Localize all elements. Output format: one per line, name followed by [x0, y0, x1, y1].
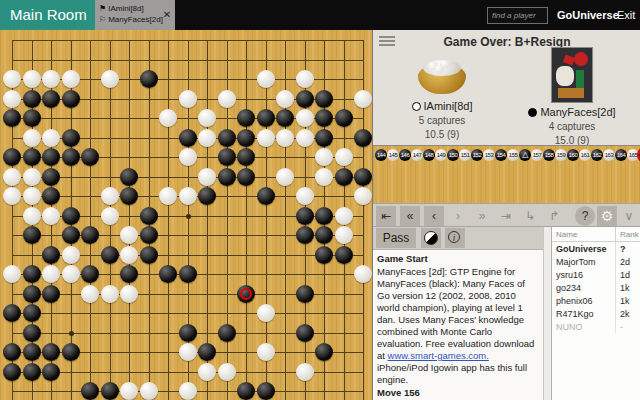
- white-stone: [101, 285, 119, 303]
- black-stone: [198, 343, 216, 361]
- grid-line: [12, 40, 364, 41]
- grid-line: [12, 60, 364, 61]
- player-rank: 1k: [615, 281, 640, 294]
- player-list-row[interactable]: go2341k: [552, 281, 640, 294]
- white-stone: [101, 187, 119, 205]
- black-stone: [62, 343, 80, 361]
- timeline-move-152[interactable]: 152: [471, 149, 483, 161]
- brand-link[interactable]: GoUniverse: [557, 0, 619, 30]
- timeline-move-147[interactable]: 147: [411, 149, 423, 161]
- player-list-row[interactable]: phenix061k: [552, 294, 640, 307]
- player-rank: 2k: [615, 307, 640, 320]
- black-stone: [198, 187, 216, 205]
- black-stone: [3, 343, 21, 361]
- black-stone: [101, 382, 119, 400]
- white-stone: [120, 285, 138, 303]
- action-row: Pass i: [373, 227, 550, 249]
- black-stone: [296, 226, 314, 244]
- white-stone: [257, 304, 275, 322]
- exit-button[interactable]: Exit: [617, 0, 635, 30]
- white-stone: [276, 129, 294, 147]
- nav-branch-up-button[interactable]: ↱: [544, 206, 564, 226]
- white-stone: [42, 129, 60, 147]
- white-stone: [42, 70, 60, 88]
- player-name: GoUniverse: [552, 242, 615, 255]
- white-stone: [198, 363, 216, 381]
- black-stone: [140, 207, 158, 225]
- black-stone: [140, 226, 158, 244]
- black-stone: [62, 207, 80, 225]
- black-stone: [296, 90, 314, 108]
- player-name: go234: [552, 281, 615, 294]
- move-timeline: 144145146147148149150151152153154155△157…: [373, 145, 640, 203]
- black-stone: [354, 168, 372, 186]
- white-stone: [23, 129, 41, 147]
- black-color-icon: [528, 108, 537, 117]
- black-stone: [140, 246, 158, 264]
- black-stone: [23, 363, 41, 381]
- black-stone: [257, 109, 275, 127]
- black-player-name: ManyFaces[2d]: [507, 106, 637, 118]
- white-stone: [23, 187, 41, 205]
- nav-back-10-button[interactable]: «: [400, 206, 420, 226]
- timeline-move-158[interactable]: 158: [543, 149, 555, 161]
- player-list-row[interactable]: R471Kgo2k: [552, 307, 640, 320]
- black-captures: 4 captures: [507, 121, 637, 132]
- star-point: [186, 214, 191, 219]
- white-stone: [120, 382, 138, 400]
- game-chat-log: Game StartManyFaces [2d]: GTP Engine for…: [373, 249, 543, 400]
- black-stone: [120, 187, 138, 205]
- game-info-header: Game Over: B+Resign IAmini[8d] 5 capture…: [373, 30, 640, 145]
- go-client-window: Main Room ⚑IAmini[8d] ⚐ManyFaces[2d] ✕ G…: [0, 0, 640, 400]
- nav-branch-down-button[interactable]: ↳: [520, 206, 540, 226]
- black-stone: [218, 168, 236, 186]
- white-stone: [120, 226, 138, 244]
- black-stone: [23, 324, 41, 342]
- white-stone: [23, 168, 41, 186]
- timeline-move-162[interactable]: 162: [591, 149, 603, 161]
- player-list-row[interactable]: MajorTom2d: [552, 255, 640, 268]
- black-stone: [315, 129, 333, 147]
- player-rank: -: [615, 320, 640, 333]
- black-stone: [42, 148, 60, 166]
- white-stone: [296, 363, 314, 381]
- timeline-move-151[interactable]: 151: [459, 149, 471, 161]
- black-stone: [3, 148, 21, 166]
- black-stone: [315, 226, 333, 244]
- white-stone: [276, 168, 294, 186]
- nav-back-button[interactable]: ‹: [424, 206, 444, 226]
- white-stone: [354, 265, 372, 283]
- white-stone: [101, 70, 119, 88]
- yin-yang-icon: [424, 231, 438, 245]
- timeline-move-164[interactable]: 164: [615, 149, 627, 161]
- black-stone: [276, 109, 294, 127]
- black-stone: [257, 187, 275, 205]
- black-stone: [23, 304, 41, 322]
- white-stone: [315, 148, 333, 166]
- black-stone: [42, 246, 60, 264]
- black-stone: [315, 90, 333, 108]
- tab-current-game[interactable]: ⚑IAmini[8d] ⚐ManyFaces[2d] ✕: [95, 0, 175, 30]
- black-stone: [3, 363, 21, 381]
- game-info-button[interactable]: i: [445, 228, 465, 248]
- chat-scrollbar[interactable]: [543, 227, 551, 400]
- navigation-bar: ⇤«‹›»⇥↳↱?⚙∨: [373, 203, 640, 227]
- pass-button[interactable]: Pass: [376, 228, 416, 248]
- collapse-chevron-icon[interactable]: ∨: [619, 206, 639, 226]
- grid-line: [12, 177, 364, 178]
- white-stone: [3, 187, 21, 205]
- black-stone: [335, 246, 353, 264]
- white-stone: [3, 168, 21, 186]
- go-board[interactable]: [0, 30, 372, 400]
- black-stone: [296, 324, 314, 342]
- black-stone: [218, 148, 236, 166]
- black-stone: [237, 109, 255, 127]
- black-stone: [62, 90, 80, 108]
- close-icon[interactable]: ✕: [161, 9, 173, 21]
- player-list: NameRank▼GoUniverse?MajorTom2dysru161dgo…: [551, 227, 640, 400]
- white-stone: [3, 265, 21, 283]
- chat-line: Game Start: [377, 253, 539, 265]
- white-stone: [198, 109, 216, 127]
- timeline-move-150[interactable]: 150: [447, 149, 459, 161]
- black-stone: [23, 265, 41, 283]
- black-stone: [296, 207, 314, 225]
- help-button[interactable]: ?: [575, 206, 595, 226]
- black-stone: [179, 129, 197, 147]
- white-stone: [335, 207, 353, 225]
- player-list-row[interactable]: NUNO-: [552, 320, 640, 333]
- nav-last-button[interactable]: ⇥: [496, 206, 516, 226]
- white-stone: [3, 70, 21, 88]
- white-player-name: IAmini[8d]: [377, 100, 507, 112]
- black-stone: [335, 168, 353, 186]
- white-stone: [315, 168, 333, 186]
- white-stone: [81, 285, 99, 303]
- white-stone: [23, 70, 41, 88]
- white-color-icon: [412, 102, 421, 111]
- black-stone: [237, 129, 255, 147]
- white-stone: [159, 187, 177, 205]
- black-stone: [42, 343, 60, 361]
- black-stone: [42, 285, 60, 303]
- panel-content: Pass i Game StartManyFaces [2d]: GTP Eng…: [373, 227, 640, 400]
- black-player-card: ManyFaces[2d] 4 captures 15.0 (9): [507, 54, 637, 146]
- white-stone: [218, 363, 236, 381]
- black-stone: [257, 382, 275, 400]
- black-stone: [101, 246, 119, 264]
- timeline-move-159[interactable]: 159: [555, 149, 567, 161]
- black-stone: [81, 382, 99, 400]
- tab-main-room[interactable]: Main Room: [0, 0, 95, 30]
- black-stone: [315, 343, 333, 361]
- name-column-header[interactable]: Name: [552, 227, 615, 241]
- white-stone: [179, 187, 197, 205]
- timeline-move-156[interactable]: △: [519, 149, 531, 161]
- star-point: [69, 331, 74, 336]
- white-stone: [23, 207, 41, 225]
- black-stone: [315, 207, 333, 225]
- timeline-move-165[interactable]: 165: [627, 149, 639, 161]
- white-stone-bowl-icon: [418, 54, 466, 96]
- black-stone: [62, 129, 80, 147]
- grid-line: [129, 40, 130, 400]
- grid-line: [168, 40, 169, 400]
- black-stone: [42, 168, 60, 186]
- black-stone: [120, 168, 138, 186]
- white-stone: [101, 207, 119, 225]
- black-player-avatar: [552, 48, 592, 102]
- white-stone: [198, 129, 216, 147]
- black-stone: [42, 187, 60, 205]
- white-captures: 5 captures: [377, 115, 507, 126]
- timeline-move-161[interactable]: 161: [579, 149, 591, 161]
- black-stone: [218, 324, 236, 342]
- white-stone: [354, 90, 372, 108]
- black-stone: [237, 285, 255, 303]
- timeline-move-149[interactable]: 149: [435, 149, 447, 161]
- timeline-move-146[interactable]: 146: [399, 149, 411, 161]
- timeline-move-160[interactable]: 160: [567, 149, 579, 161]
- white-player-card: IAmini[8d] 5 captures 10.5 (9): [377, 54, 507, 140]
- black-stone: [354, 129, 372, 147]
- black-stone: [218, 129, 236, 147]
- black-stone: [335, 109, 353, 127]
- black-stone: [237, 168, 255, 186]
- black-stone: [62, 148, 80, 166]
- white-stone: [140, 382, 158, 400]
- white-stone: [257, 70, 275, 88]
- white-stone: [198, 168, 216, 186]
- top-bar: Main Room ⚑IAmini[8d] ⚐ManyFaces[2d] ✕ G…: [0, 0, 640, 30]
- player-name: ysru16: [552, 268, 615, 281]
- black-stone: [23, 109, 41, 127]
- player-rank: ?: [615, 242, 640, 255]
- white-stone: [276, 90, 294, 108]
- black-stone: [81, 148, 99, 166]
- black-stone: [81, 265, 99, 283]
- black-stone: [3, 304, 21, 322]
- player-list-row[interactable]: GoUniverse?: [552, 242, 640, 255]
- black-stone: [120, 265, 138, 283]
- settings-gear-icon[interactable]: ⚙: [597, 206, 617, 226]
- white-stone: [120, 246, 138, 264]
- timeline-move-153[interactable]: 153: [483, 149, 495, 161]
- white-stone: [42, 207, 60, 225]
- white-stone: [257, 343, 275, 361]
- grid-line: [246, 40, 247, 400]
- white-stone: [335, 148, 353, 166]
- white-stone: [179, 343, 197, 361]
- black-flag-icon: ⚑: [99, 4, 106, 13]
- search-input[interactable]: [487, 7, 548, 24]
- chat-line: Move 156: [377, 387, 539, 399]
- nav-forward-10-button[interactable]: »: [472, 206, 492, 226]
- black-stone: [42, 90, 60, 108]
- black-stone: [3, 109, 21, 127]
- black-stone: [23, 148, 41, 166]
- white-flag-icon: ⚐: [99, 15, 106, 24]
- black-stone: [81, 226, 99, 244]
- timeline-move-148[interactable]: 148: [423, 149, 435, 161]
- tab-player-white: ManyFaces[2d]: [108, 15, 163, 24]
- black-stone: [159, 265, 177, 283]
- white-stone: [42, 265, 60, 283]
- grid-line: [12, 313, 364, 314]
- player-rank: 2d: [615, 255, 640, 268]
- nav-forward-button[interactable]: ›: [448, 206, 468, 226]
- white-stone: [159, 109, 177, 127]
- black-stone: [23, 226, 41, 244]
- timeline-move-145[interactable]: 145: [387, 149, 399, 161]
- timeline-move-144[interactable]: 144: [375, 149, 387, 161]
- rank-column-header[interactable]: Rank▼: [615, 227, 640, 241]
- player-name: phenix06: [552, 294, 615, 307]
- white-stone: [296, 129, 314, 147]
- info-icon: i: [448, 231, 460, 243]
- black-stone: [62, 226, 80, 244]
- white-stone: [354, 187, 372, 205]
- player-name: NUNO: [552, 320, 615, 333]
- black-stone: [23, 90, 41, 108]
- black-stone: [296, 285, 314, 303]
- player-rank: 1k: [615, 294, 640, 307]
- timeline-move-157[interactable]: 157: [531, 149, 543, 161]
- player-name: R471Kgo: [552, 307, 615, 320]
- white-stone: [218, 90, 236, 108]
- game-info-panel: Game Over: B+Resign IAmini[8d] 5 capture…: [372, 30, 640, 400]
- black-stone: [237, 382, 255, 400]
- white-stone: [296, 109, 314, 127]
- white-stone: [335, 226, 353, 244]
- white-stone: [296, 70, 314, 88]
- white-stone: [257, 129, 275, 147]
- white-stone: [62, 70, 80, 88]
- white-stone: [62, 265, 80, 283]
- black-stone: [237, 148, 255, 166]
- white-stone: [179, 90, 197, 108]
- player-rank: 1d: [615, 268, 640, 281]
- white-stone: [3, 90, 21, 108]
- player-list-row[interactable]: ysru161d: [552, 268, 640, 281]
- player-name: MajorTom: [552, 255, 615, 268]
- stone-color-toggle-button[interactable]: [421, 228, 441, 248]
- black-stone: [315, 109, 333, 127]
- black-stone: [23, 285, 41, 303]
- timeline-move-163[interactable]: 163: [603, 149, 615, 161]
- move-timeline-track[interactable]: 144145146147148149150151152153154155△157…: [375, 149, 639, 163]
- white-stone: [62, 246, 80, 264]
- white-time-score: 10.5 (9): [377, 129, 507, 140]
- black-stone: [140, 70, 158, 88]
- nav-first-button[interactable]: ⇤: [376, 206, 396, 226]
- game-result-title: Game Over: B+Resign: [373, 35, 640, 49]
- chat-link[interactable]: www.smart-games.com.: [388, 350, 489, 361]
- timeline-move-155[interactable]: 155: [507, 149, 519, 161]
- black-stone: [179, 324, 197, 342]
- timeline-move-154[interactable]: 154: [495, 149, 507, 161]
- black-stone: [315, 246, 333, 264]
- player-list-header: NameRank▼: [552, 227, 640, 242]
- white-stone: [179, 148, 197, 166]
- black-stone: [179, 265, 197, 283]
- tab-player-black: IAmini[8d]: [108, 4, 144, 13]
- black-stone: [42, 363, 60, 381]
- grid-line: [90, 40, 91, 400]
- white-stone: [296, 187, 314, 205]
- chat-line: ManyFaces [2d]: GTP Engine for ManyFaces…: [377, 266, 539, 386]
- white-stone: [179, 382, 197, 400]
- black-stone: [23, 343, 41, 361]
